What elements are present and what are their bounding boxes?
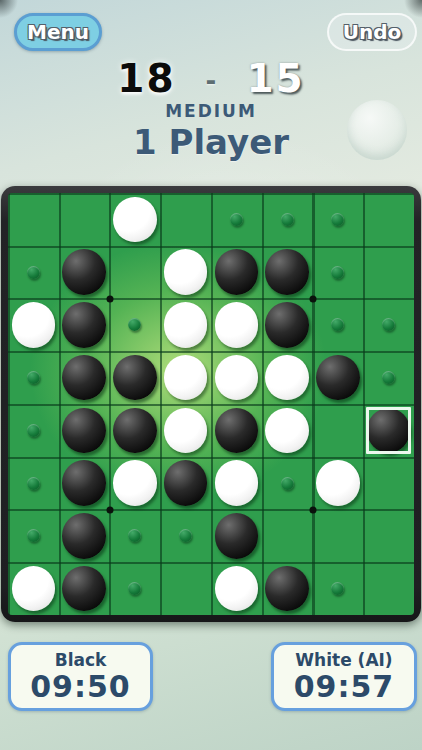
board-cell-a1[interactable] [8,193,59,246]
board-cell-f6[interactable] [262,457,313,510]
board-cell-f3[interactable] [262,299,313,352]
board-cell-c4[interactable] [110,351,161,404]
board-cell-h6[interactable] [363,457,414,510]
board-cell-d7[interactable] [160,510,211,563]
board-cell-h1[interactable] [363,193,414,246]
board-cell-e7[interactable] [211,510,262,563]
white-disc [265,408,309,453]
board-cell-h7[interactable] [363,510,414,563]
undo-button-label: Undo [343,20,402,44]
board-cell-g5[interactable] [313,404,364,457]
board-cell-c6[interactable] [110,457,161,510]
board-cell-d4[interactable] [160,351,211,404]
menu-button-label: Menu [27,20,89,44]
white-disc [164,249,208,294]
board-cell-c2[interactable] [110,246,161,299]
black-disc [215,408,259,453]
legal-move-dot[interactable] [382,371,395,384]
legal-move-dot[interactable] [382,318,395,331]
board-cell-c1[interactable] [110,193,161,246]
white-disc [215,460,259,505]
board-cell-f7[interactable] [262,510,313,563]
board-cell-e5[interactable] [211,404,262,457]
board-cell-a5[interactable] [8,404,59,457]
black-disc [62,566,106,611]
board-cell-h8[interactable] [363,562,414,615]
black-clock-label: Black [55,651,107,671]
white-score: 15 [246,56,304,101]
black-disc [62,249,106,294]
board-cell-b4[interactable] [59,351,110,404]
white-disc [265,355,309,400]
white-disc [164,408,208,453]
score-separator: - [206,66,217,96]
menu-button[interactable]: Menu [14,13,102,51]
board-cell-h2[interactable] [363,246,414,299]
board-cell-a2[interactable] [8,246,59,299]
legal-move-dot[interactable] [331,582,344,595]
board-cell-d8[interactable] [160,562,211,615]
board-cell-a6[interactable] [8,457,59,510]
board-cell-c8[interactable] [110,562,161,615]
board-cell-e4[interactable] [211,351,262,404]
legal-move-dot[interactable] [331,266,344,279]
black-score: 18 [117,56,175,101]
black-disc [62,513,106,558]
board-cell-f8[interactable] [262,562,313,615]
legal-move-dot[interactable] [128,529,141,542]
white-clock: White (AI) 09:57 [271,642,417,711]
black-disc [62,460,106,505]
black-disc [164,460,208,505]
legal-move-dot[interactable] [281,213,294,226]
black-disc [265,566,309,611]
board-cell-e3[interactable] [211,299,262,352]
score-row: 18 - 15 [0,56,422,101]
board-cell-d5[interactable] [160,404,211,457]
board-cell-g4[interactable] [313,351,364,404]
board-cell-d1[interactable] [160,193,211,246]
black-disc [113,408,157,453]
othello-app-screen: Menu Undo 18 - 15 MEDIUM 1 Player Black … [0,0,422,750]
board-cell-f4[interactable] [262,351,313,404]
board-cell-a4[interactable] [8,351,59,404]
board-cell-a7[interactable] [8,510,59,563]
black-disc [62,408,106,453]
board-cell-g7[interactable] [313,510,364,563]
board-cell-b7[interactable] [59,510,110,563]
board-cell-f1[interactable] [262,193,313,246]
star-point [309,506,316,513]
white-disc [113,460,157,505]
board-cell-d2[interactable] [160,246,211,299]
board-cell-e1[interactable] [211,193,262,246]
board-cell-f2[interactable] [262,246,313,299]
board-cell-h4[interactable] [363,351,414,404]
black-disc [215,513,259,558]
black-disc [316,355,360,400]
legal-move-dot[interactable] [128,582,141,595]
board-cell-c5[interactable] [110,404,161,457]
board-grid [8,193,414,615]
black-disc [113,355,157,400]
legal-move-dot[interactable] [230,213,243,226]
board-frame [1,186,421,622]
legal-move-dot[interactable] [27,477,40,490]
board-cell-g6[interactable] [313,457,364,510]
white-disc [113,197,157,242]
board-cell-b3[interactable] [59,299,110,352]
legal-move-dot[interactable] [27,424,40,437]
board-cell-e6[interactable] [211,457,262,510]
legal-move-dot[interactable] [331,213,344,226]
legal-move-dot[interactable] [27,529,40,542]
board-cell-g8[interactable] [313,562,364,615]
white-disc [215,355,259,400]
background-bubble [347,100,407,160]
board-cell-e8[interactable] [211,562,262,615]
black-disc [265,302,309,347]
board-cell-h3[interactable] [363,299,414,352]
legal-move-dot[interactable] [179,529,192,542]
board-cell-d6[interactable] [160,457,211,510]
star-point [106,295,113,302]
board-cell-a8[interactable] [8,562,59,615]
board-cell-b8[interactable] [59,562,110,615]
white-disc [164,355,208,400]
black-clock: Black 09:50 [8,642,153,711]
board-cell-b2[interactable] [59,246,110,299]
black-disc [367,408,411,453]
black-clock-time: 09:50 [30,671,131,703]
white-disc [215,566,259,611]
white-disc [316,460,360,505]
white-disc [215,302,259,347]
legal-move-dot[interactable] [27,371,40,384]
white-disc [12,566,56,611]
black-disc [265,249,309,294]
black-disc [62,355,106,400]
legal-move-dot[interactable] [27,266,40,279]
board-cell-h5[interactable] [363,404,414,457]
white-disc [12,302,56,347]
board-cell-b6[interactable] [59,457,110,510]
board-cell-b1[interactable] [59,193,110,246]
board-cell-g3[interactable] [313,299,364,352]
legal-move-dot[interactable] [128,318,141,331]
board-cell-g2[interactable] [313,246,364,299]
undo-button[interactable]: Undo [327,13,417,51]
board-cell-a3[interactable] [8,299,59,352]
black-disc [215,249,259,294]
board-cell-d3[interactable] [160,299,211,352]
board-cell-b5[interactable] [59,404,110,457]
white-clock-label: White (AI) [295,651,392,671]
board-cell-c3[interactable] [110,299,161,352]
star-point [309,295,316,302]
legal-move-dot[interactable] [281,477,294,490]
legal-move-dot[interactable] [331,318,344,331]
board-cell-f5[interactable] [262,404,313,457]
board-cell-g1[interactable] [313,193,364,246]
white-disc [164,302,208,347]
star-point [106,506,113,513]
white-clock-time: 09:57 [294,671,395,703]
board-cell-c7[interactable] [110,510,161,563]
board-cell-e2[interactable] [211,246,262,299]
black-disc [62,302,106,347]
